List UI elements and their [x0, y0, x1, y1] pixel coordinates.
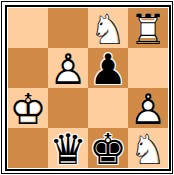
square-b4[interactable]	[48, 8, 88, 48]
black-pawn-solid: ♟	[88, 48, 128, 88]
square-a4[interactable]	[8, 8, 48, 48]
square-c3[interactable]: ♟	[88, 48, 128, 88]
black-pawn-icon[interactable]: ♟	[88, 48, 128, 88]
square-b3[interactable]: ♟♙	[48, 48, 88, 88]
white-knight-outline: ♘	[88, 8, 128, 48]
black-king-solid: ♚	[88, 128, 128, 168]
black-queen-icon[interactable]: ♛	[48, 128, 88, 168]
white-king-icon[interactable]: ♚♔	[8, 88, 48, 128]
square-d4[interactable]: ♜♖	[128, 8, 168, 48]
white-knight-outline: ♘	[128, 128, 168, 168]
board-frame: ♞♘♜♖♟♙♟♚♔♟♙♛♚♞♘	[5, 5, 171, 171]
white-pawn-icon[interactable]: ♟♙	[48, 48, 88, 88]
square-c1[interactable]: ♚	[88, 128, 128, 168]
chess-diagram: ♞♘♜♖♟♙♟♚♔♟♙♛♚♞♘	[0, 0, 174, 175]
square-c2[interactable]	[88, 88, 128, 128]
square-c4[interactable]: ♞♘	[88, 8, 128, 48]
square-d2[interactable]: ♟♙	[128, 88, 168, 128]
white-king-outline: ♔	[8, 88, 48, 128]
white-rook-icon[interactable]: ♜♖	[128, 8, 168, 48]
white-pawn-outline: ♙	[48, 48, 88, 88]
square-b1[interactable]: ♛	[48, 128, 88, 168]
square-a2[interactable]: ♚♔	[8, 88, 48, 128]
white-knight-icon[interactable]: ♞♘	[88, 8, 128, 48]
white-pawn-icon[interactable]: ♟♙	[128, 88, 168, 128]
black-king-icon[interactable]: ♚	[88, 128, 128, 168]
square-d1[interactable]: ♞♘	[128, 128, 168, 168]
white-knight-icon[interactable]: ♞♘	[128, 128, 168, 168]
chess-board: ♞♘♜♖♟♙♟♚♔♟♙♛♚♞♘	[8, 8, 168, 168]
white-rook-outline: ♖	[128, 8, 168, 48]
square-d3[interactable]	[128, 48, 168, 88]
square-a3[interactable]	[8, 48, 48, 88]
black-queen-solid: ♛	[48, 128, 88, 168]
square-a1[interactable]	[8, 128, 48, 168]
square-b2[interactable]	[48, 88, 88, 128]
white-pawn-outline: ♙	[128, 88, 168, 128]
